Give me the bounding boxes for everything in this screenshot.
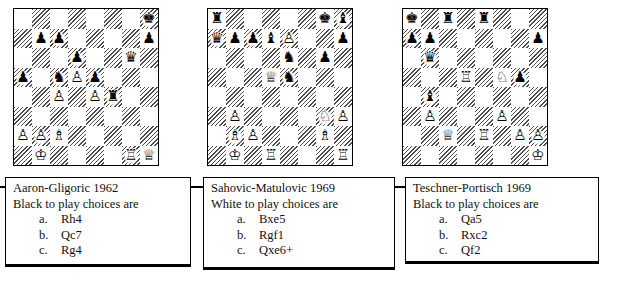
square-d7 [68, 29, 86, 49]
white-rook-d1: ♖ [262, 146, 280, 166]
square-c4 [439, 87, 457, 107]
choice-label-1a: a. [39, 212, 61, 228]
square-d4 [457, 87, 475, 107]
black-pawn-d6: ♟ [68, 48, 86, 68]
square-b2: ♗ [226, 126, 244, 146]
square-e2 [280, 126, 298, 146]
square-d5: ♖ [457, 68, 475, 88]
square-b5 [226, 68, 244, 88]
square-f5 [104, 68, 122, 88]
square-h1: ♖ [334, 146, 352, 166]
square-f8 [104, 9, 122, 29]
white-rook-e2: ♖ [475, 126, 493, 146]
square-f5: ♘ [493, 68, 511, 88]
square-a1 [208, 146, 226, 166]
square-g3 [511, 107, 529, 127]
black-knight-e5: ♞ [280, 68, 298, 88]
square-b7: ♟ [32, 29, 50, 49]
white-rook-h1: ♖ [334, 146, 352, 166]
square-f2 [298, 126, 316, 146]
black-queen-g6: ♛ [122, 48, 140, 68]
square-h8: ♚ [140, 9, 158, 29]
game-title-3: Teschner-Portisch 1969 [413, 181, 592, 197]
square-e1 [86, 146, 104, 166]
square-g8 [511, 9, 529, 29]
choice-1a: a.Rh4 [39, 212, 184, 228]
square-g6 [511, 48, 529, 68]
square-g2: ♗ [316, 126, 334, 146]
white-pawn-b2: ♙ [32, 126, 50, 146]
to-play-prompt-3: Black to play choices are [413, 197, 592, 213]
white-bishop-b2: ♗ [226, 126, 244, 146]
square-a1 [14, 146, 32, 166]
connector-line-middle [190, 186, 204, 188]
black-bishop-b4: ♝ [421, 87, 439, 107]
black-pawn-g5: ♟ [511, 68, 529, 88]
white-pawn-a2: ♙ [14, 126, 32, 146]
square-h7: ♟ [529, 29, 547, 49]
square-g4 [511, 87, 529, 107]
square-b7: ♟ [421, 29, 439, 49]
white-bishop-c2: ♗ [50, 126, 68, 146]
black-pawn-b7: ♟ [32, 29, 50, 49]
choice-move-3b: Rxc2 [461, 228, 487, 242]
black-queen-b6: ♛ [421, 48, 439, 68]
square-a8: ♚ [403, 9, 421, 29]
black-pawn-e5: ♟ [86, 68, 104, 88]
black-queen-a7: ♛ [208, 29, 226, 49]
square-g4 [316, 87, 334, 107]
black-knight-e6: ♞ [280, 48, 298, 68]
square-b1: ♔ [32, 146, 50, 166]
square-d7 [457, 29, 475, 49]
white-pawn-h3: ♙ [334, 107, 352, 127]
black-rook-a8: ♜ [208, 9, 226, 29]
square-a5: ♟ [14, 68, 32, 88]
square-e8: ♜ [475, 9, 493, 29]
square-c6 [244, 48, 262, 68]
white-bishop-g2: ♗ [316, 126, 334, 146]
chessboard-sahovic-matulovic: ♜♚♝♛♟♟♝♙♟♞♟♕♞♙♘♙♗♙♗♔♖♖ [207, 8, 353, 166]
square-e5: ♞ [280, 68, 298, 88]
choice-3a: a.Qa5 [439, 212, 592, 228]
white-pawn-b3: ♙ [421, 107, 439, 127]
square-f7 [104, 29, 122, 49]
square-a4 [403, 87, 421, 107]
caption-box-2: Sahovic-Matulovic 1969 White to play cho… [203, 177, 395, 270]
square-e5: ♟ [86, 68, 104, 88]
square-b1 [421, 146, 439, 166]
square-h4 [529, 87, 547, 107]
square-a1 [403, 146, 421, 166]
square-c7: ♟ [50, 29, 68, 49]
black-knight-c5: ♞ [50, 68, 68, 88]
square-a6 [14, 48, 32, 68]
square-d3 [68, 107, 86, 127]
choice-move-1c: Rg4 [61, 243, 82, 257]
square-b6 [32, 48, 50, 68]
square-c3 [439, 107, 457, 127]
square-f6 [104, 48, 122, 68]
square-h7: ♟ [334, 29, 352, 49]
choice-label-3c: c. [439, 243, 461, 259]
black-rook-e8: ♜ [475, 9, 493, 29]
choice-1c: c.Rg4 [39, 243, 184, 259]
square-c4: ♙ [50, 87, 68, 107]
square-d8 [68, 9, 86, 29]
square-e8 [280, 9, 298, 29]
square-f8 [298, 9, 316, 29]
square-e6 [86, 48, 104, 68]
choice-2b: b.Rgf1 [237, 228, 388, 244]
choice-3b: b.Rxc2 [439, 228, 592, 244]
white-pawn-g2: ♙ [511, 126, 529, 146]
square-d2 [457, 126, 475, 146]
square-e2 [86, 126, 104, 146]
square-c8 [50, 9, 68, 29]
square-g7 [122, 29, 140, 49]
square-e3 [86, 107, 104, 127]
square-b4: ♝ [421, 87, 439, 107]
square-c4 [244, 87, 262, 107]
black-bishop-h8: ♝ [334, 9, 352, 29]
square-f6 [493, 48, 511, 68]
square-g5: ♟ [511, 68, 529, 88]
choice-move-1a: Rh4 [61, 212, 82, 226]
square-g2: ♙ [511, 126, 529, 146]
square-e4 [280, 87, 298, 107]
square-f4: ♜ [104, 87, 122, 107]
square-c2: ♗ [50, 126, 68, 146]
square-c8 [244, 9, 262, 29]
square-f3 [104, 107, 122, 127]
square-c2: ♙ [244, 126, 262, 146]
white-king-b1: ♔ [226, 146, 244, 166]
white-knight-f5: ♘ [493, 68, 511, 88]
choice-3c: c.Qf2 [439, 243, 592, 259]
square-g1 [511, 146, 529, 166]
choice-label-3a: a. [439, 212, 461, 228]
square-e2: ♖ [475, 126, 493, 146]
black-bishop-d7: ♝ [262, 29, 280, 49]
square-a4 [14, 87, 32, 107]
black-pawn-h7: ♟ [529, 29, 547, 49]
square-g5 [316, 68, 334, 88]
square-g7 [316, 29, 334, 49]
white-king-h1: ♔ [529, 146, 547, 166]
black-pawn-a5: ♟ [14, 68, 32, 88]
square-e7 [86, 29, 104, 49]
caption-box-1: Aaron-Gligoric 1962 Black to play choice… [5, 177, 191, 267]
square-h8 [529, 9, 547, 29]
square-d6 [457, 48, 475, 68]
square-g1 [316, 146, 334, 166]
square-h3 [140, 107, 158, 127]
square-f2 [493, 126, 511, 146]
white-rook-g1: ♖ [122, 146, 140, 166]
black-king-h8: ♚ [140, 9, 158, 29]
to-play-prompt-1: Black to play choices are [13, 197, 184, 213]
square-e4 [475, 87, 493, 107]
choice-move-1b: Qc7 [61, 228, 82, 242]
square-b4 [226, 87, 244, 107]
square-b8 [421, 9, 439, 29]
square-e1 [280, 146, 298, 166]
square-e7 [475, 29, 493, 49]
square-d6: ♟ [68, 48, 86, 68]
square-h5 [140, 68, 158, 88]
choice-1b: b.Qc7 [39, 228, 184, 244]
white-pawn-e7: ♙ [280, 29, 298, 49]
square-c1 [439, 146, 457, 166]
square-h4 [334, 87, 352, 107]
square-c5 [439, 68, 457, 88]
white-pawn-b3: ♙ [226, 107, 244, 127]
square-e8 [86, 9, 104, 29]
square-e3 [280, 107, 298, 127]
choice-label-1c: c. [39, 243, 61, 259]
square-a5 [208, 68, 226, 88]
square-f1 [298, 146, 316, 166]
chessboard-teschner-portisch: ♚♜♜♟♟♟♛♖♘♟♝♙♙♕♖♙♙♔ [402, 8, 548, 166]
square-c7: ♟ [244, 29, 262, 49]
square-d6 [262, 48, 280, 68]
square-a2: ♙ [14, 126, 32, 146]
white-queen-d5: ♕ [262, 68, 280, 88]
square-b4 [32, 87, 50, 107]
square-f5 [298, 68, 316, 88]
square-a3 [403, 107, 421, 127]
square-c3 [50, 107, 68, 127]
square-f4 [493, 87, 511, 107]
square-c1 [244, 146, 262, 166]
square-h1: ♕ [140, 146, 158, 166]
square-e5 [475, 68, 493, 88]
square-a6 [208, 48, 226, 68]
square-h6 [140, 48, 158, 68]
square-c2: ♕ [439, 126, 457, 146]
square-d1 [457, 146, 475, 166]
choice-move-3c: Qf2 [461, 243, 480, 257]
square-h8: ♝ [334, 9, 352, 29]
square-b5 [421, 68, 439, 88]
to-play-prompt-2: White to play choices are [211, 197, 388, 213]
square-h2: ♙ [529, 126, 547, 146]
square-b3: ♙ [226, 107, 244, 127]
square-b8 [226, 9, 244, 29]
choice-move-3a: Qa5 [461, 212, 482, 226]
square-b6 [226, 48, 244, 68]
square-h7: ♟ [140, 29, 158, 49]
square-g3: ♘ [316, 107, 334, 127]
square-d1 [68, 146, 86, 166]
square-g8: ♚ [316, 9, 334, 29]
square-a7 [14, 29, 32, 49]
square-d7: ♝ [262, 29, 280, 49]
square-f3 [298, 107, 316, 127]
choice-label-2b: b. [237, 228, 259, 244]
square-h6 [334, 48, 352, 68]
square-d2 [68, 126, 86, 146]
white-pawn-d5: ♙ [68, 68, 86, 88]
game-title-2: Sahovic-Matulovic 1969 [211, 181, 388, 197]
square-a8 [14, 9, 32, 29]
square-e4: ♙ [86, 87, 104, 107]
square-c1 [50, 146, 68, 166]
square-a3 [14, 107, 32, 127]
choice-label-2a: a. [237, 212, 259, 228]
square-a2 [403, 126, 421, 146]
square-b2 [421, 126, 439, 146]
white-pawn-h2: ♙ [529, 126, 547, 146]
black-rook-c8: ♜ [439, 9, 457, 29]
square-b3: ♙ [421, 107, 439, 127]
square-f2 [104, 126, 122, 146]
square-f1 [493, 146, 511, 166]
square-b6: ♛ [421, 48, 439, 68]
square-g3 [122, 107, 140, 127]
square-a7: ♛ [208, 29, 226, 49]
square-e6 [475, 48, 493, 68]
square-f6 [298, 48, 316, 68]
black-pawn-c7: ♟ [50, 29, 68, 49]
black-pawn-b7: ♟ [226, 29, 244, 49]
square-d3 [262, 107, 280, 127]
square-b2: ♙ [32, 126, 50, 146]
square-a5 [403, 68, 421, 88]
square-h1: ♔ [529, 146, 547, 166]
square-h5 [334, 68, 352, 88]
square-d8 [457, 9, 475, 29]
white-queen-h1: ♕ [140, 146, 158, 166]
square-f4 [298, 87, 316, 107]
square-d2 [262, 126, 280, 146]
choice-move-2b: Rgf1 [259, 228, 284, 242]
square-g4 [122, 87, 140, 107]
square-h2 [334, 126, 352, 146]
square-c6 [439, 48, 457, 68]
square-a2 [208, 126, 226, 146]
black-king-g8: ♚ [316, 9, 334, 29]
square-e7: ♙ [280, 29, 298, 49]
square-b1: ♔ [226, 146, 244, 166]
white-king-b1: ♔ [32, 146, 50, 166]
black-rook-f4: ♜ [104, 87, 122, 107]
square-c6 [50, 48, 68, 68]
square-h6 [529, 48, 547, 68]
chessboard-aaron-gligoric: ♚♟♟♟♟♛♟♞♙♟♙♙♜♙♙♗♔♖♕ [13, 8, 159, 166]
square-b3 [32, 107, 50, 127]
square-g5 [122, 68, 140, 88]
square-c5 [244, 68, 262, 88]
square-c5: ♞ [50, 68, 68, 88]
choice-move-2c: Qxe6+ [259, 243, 293, 257]
white-pawn-e4: ♙ [86, 87, 104, 107]
square-a4 [208, 87, 226, 107]
square-b5 [32, 68, 50, 88]
game-title-1: Aaron-Gligoric 1962 [13, 181, 184, 197]
choice-2c: c.Qxe6+ [237, 243, 388, 259]
square-h5 [529, 68, 547, 88]
square-h4 [140, 87, 158, 107]
square-f3: ♙ [493, 107, 511, 127]
square-e1 [475, 146, 493, 166]
square-d1: ♖ [262, 146, 280, 166]
square-c7 [439, 29, 457, 49]
black-pawn-a7: ♟ [403, 29, 421, 49]
square-b8 [32, 9, 50, 29]
square-d3 [457, 107, 475, 127]
choice-move-2a: Bxe5 [259, 212, 285, 226]
square-c8: ♜ [439, 9, 457, 29]
black-pawn-c7: ♟ [244, 29, 262, 49]
square-e6: ♞ [280, 48, 298, 68]
caption-box-3: Teschner-Portisch 1969 Black to play cho… [405, 177, 599, 264]
square-d4 [262, 87, 280, 107]
choice-label-2c: c. [237, 243, 259, 259]
square-g6: ♛ [122, 48, 140, 68]
square-e3 [475, 107, 493, 127]
white-knight-g3: ♘ [316, 107, 334, 127]
square-g8 [122, 9, 140, 29]
square-a6 [403, 48, 421, 68]
square-c3 [244, 107, 262, 127]
square-d8 [262, 9, 280, 29]
white-pawn-c2: ♙ [244, 126, 262, 146]
square-f7 [298, 29, 316, 49]
square-d4 [68, 87, 86, 107]
square-h2 [140, 126, 158, 146]
square-h3: ♙ [334, 107, 352, 127]
black-pawn-g6: ♟ [316, 48, 334, 68]
square-g2 [122, 126, 140, 146]
square-a7: ♟ [403, 29, 421, 49]
square-a8: ♜ [208, 9, 226, 29]
white-pawn-c4: ♙ [50, 87, 68, 107]
square-f1 [104, 146, 122, 166]
white-rook-d5: ♖ [457, 68, 475, 88]
choice-2a: a.Bxe5 [237, 212, 388, 228]
square-a3 [208, 107, 226, 127]
square-g6: ♟ [316, 48, 334, 68]
square-d5: ♙ [68, 68, 86, 88]
square-b7: ♟ [226, 29, 244, 49]
white-queen-c2: ♕ [439, 126, 457, 146]
choice-label-3b: b. [439, 228, 461, 244]
square-g1: ♖ [122, 146, 140, 166]
black-king-a8: ♚ [403, 9, 421, 29]
black-pawn-h7: ♟ [140, 29, 158, 49]
square-f8 [493, 9, 511, 29]
square-g7 [511, 29, 529, 49]
square-h3 [529, 107, 547, 127]
black-pawn-b7: ♟ [421, 29, 439, 49]
black-pawn-h7: ♟ [334, 29, 352, 49]
square-d5: ♕ [262, 68, 280, 88]
choice-label-1b: b. [39, 228, 61, 244]
white-pawn-f3: ♙ [493, 107, 511, 127]
square-f7 [493, 29, 511, 49]
